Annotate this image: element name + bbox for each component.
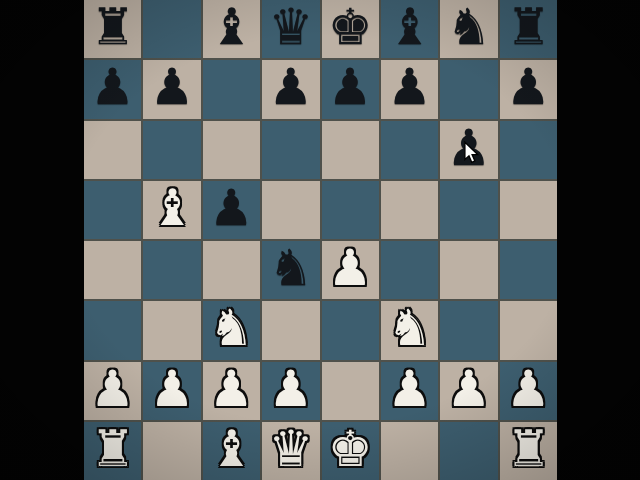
piece-black-rook[interactable]: ♜ [90,2,135,52]
piece-black-pawn[interactable]: ♟ [447,123,492,173]
piece-black-pawn[interactable]: ♟ [150,62,195,112]
square-e1[interactable]: ♚ [322,422,379,480]
piece-black-pawn[interactable]: ♟ [328,62,373,112]
square-b6[interactable] [143,121,200,179]
square-b1[interactable] [143,422,200,480]
chess-app-window: ♜♝♛♚♝♞♜♟♟♟♟♟♟♟♝♟♞♟♞♞♟♟♟♟♟♟♟♜♝♛♚♜ [0,0,640,480]
square-g2[interactable]: ♟ [440,362,497,420]
piece-black-pawn[interactable]: ♟ [268,62,313,112]
square-a2[interactable]: ♟ [84,362,141,420]
square-a3[interactable] [84,301,141,359]
square-b2[interactable]: ♟ [143,362,200,420]
square-f1[interactable] [381,422,438,480]
square-b7[interactable]: ♟ [143,60,200,118]
square-a7[interactable]: ♟ [84,60,141,118]
square-h4[interactable] [500,241,557,299]
square-c5[interactable]: ♟ [203,181,260,239]
square-a5[interactable] [84,181,141,239]
square-c8[interactable]: ♝ [203,0,260,58]
square-e4[interactable]: ♟ [322,241,379,299]
square-h8[interactable]: ♜ [500,0,557,58]
piece-white-bishop[interactable]: ♝ [209,424,254,474]
piece-white-king[interactable]: ♚ [328,424,373,474]
square-d1[interactable]: ♛ [262,422,319,480]
piece-black-rook[interactable]: ♜ [506,2,551,52]
piece-black-pawn[interactable]: ♟ [90,62,135,112]
piece-white-rook[interactable]: ♜ [90,424,135,474]
square-f4[interactable] [381,241,438,299]
square-a8[interactable]: ♜ [84,0,141,58]
square-d2[interactable]: ♟ [262,362,319,420]
square-h5[interactable] [500,181,557,239]
square-b5[interactable]: ♝ [143,181,200,239]
piece-white-pawn[interactable]: ♟ [209,364,254,414]
square-f7[interactable]: ♟ [381,60,438,118]
piece-white-pawn[interactable]: ♟ [387,364,432,414]
piece-black-bishop[interactable]: ♝ [387,2,432,52]
square-d6[interactable] [262,121,319,179]
square-e5[interactable] [322,181,379,239]
piece-white-rook[interactable]: ♜ [506,424,551,474]
piece-white-bishop[interactable]: ♝ [150,183,195,233]
square-c6[interactable] [203,121,260,179]
piece-white-pawn[interactable]: ♟ [506,364,551,414]
square-c4[interactable] [203,241,260,299]
piece-white-knight[interactable]: ♞ [209,303,254,353]
square-g8[interactable]: ♞ [440,0,497,58]
piece-black-pawn[interactable]: ♟ [506,62,551,112]
square-f2[interactable]: ♟ [381,362,438,420]
square-d8[interactable]: ♛ [262,0,319,58]
square-d4[interactable]: ♞ [262,241,319,299]
square-b3[interactable] [143,301,200,359]
square-h1[interactable]: ♜ [500,422,557,480]
square-c1[interactable]: ♝ [203,422,260,480]
square-a6[interactable] [84,121,141,179]
square-d3[interactable] [262,301,319,359]
piece-black-knight[interactable]: ♞ [268,243,313,293]
piece-black-queen[interactable]: ♛ [268,2,313,52]
square-d7[interactable]: ♟ [262,60,319,118]
square-e6[interactable] [322,121,379,179]
square-g6[interactable]: ♟ [440,121,497,179]
piece-black-pawn[interactable]: ♟ [387,62,432,112]
square-c7[interactable] [203,60,260,118]
square-g5[interactable] [440,181,497,239]
piece-black-bishop[interactable]: ♝ [209,2,254,52]
square-e8[interactable]: ♚ [322,0,379,58]
square-f8[interactable]: ♝ [381,0,438,58]
square-b4[interactable] [143,241,200,299]
square-g4[interactable] [440,241,497,299]
square-e7[interactable]: ♟ [322,60,379,118]
square-h6[interactable] [500,121,557,179]
square-h3[interactable] [500,301,557,359]
square-c2[interactable]: ♟ [203,362,260,420]
square-h2[interactable]: ♟ [500,362,557,420]
chess-board: ♜♝♛♚♝♞♜♟♟♟♟♟♟♟♝♟♞♟♞♞♟♟♟♟♟♟♟♜♝♛♚♜ [84,0,557,480]
square-c3[interactable]: ♞ [203,301,260,359]
piece-white-pawn[interactable]: ♟ [268,364,313,414]
piece-white-pawn[interactable]: ♟ [90,364,135,414]
piece-white-pawn[interactable]: ♟ [150,364,195,414]
square-e3[interactable] [322,301,379,359]
piece-black-pawn[interactable]: ♟ [209,183,254,233]
square-f3[interactable]: ♞ [381,301,438,359]
square-b8[interactable] [143,0,200,58]
square-f5[interactable] [381,181,438,239]
square-d5[interactable] [262,181,319,239]
piece-white-pawn[interactable]: ♟ [328,243,373,293]
square-h7[interactable]: ♟ [500,60,557,118]
square-g3[interactable] [440,301,497,359]
piece-white-pawn[interactable]: ♟ [447,364,492,414]
square-g7[interactable] [440,60,497,118]
square-a4[interactable] [84,241,141,299]
piece-white-queen[interactable]: ♛ [268,424,313,474]
piece-white-knight[interactable]: ♞ [387,303,432,353]
piece-black-king[interactable]: ♚ [328,2,373,52]
square-a1[interactable]: ♜ [84,422,141,480]
square-f6[interactable] [381,121,438,179]
square-g1[interactable] [440,422,497,480]
square-e2[interactable] [322,362,379,420]
piece-black-knight[interactable]: ♞ [447,2,492,52]
